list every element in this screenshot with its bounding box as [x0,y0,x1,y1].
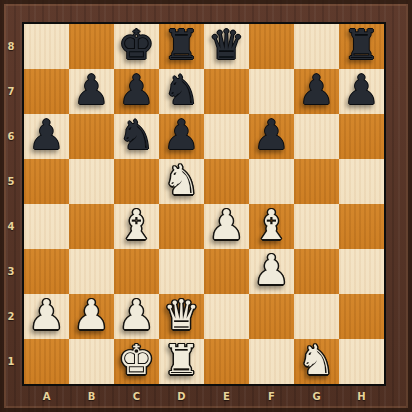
rank-label-7: 7 [0,69,22,114]
square-h8[interactable]: ♜ [339,24,384,69]
black-knight[interactable]: ♞ [163,70,200,111]
rank-label-8: 8 [0,24,22,69]
file-label-c: C [114,388,159,412]
square-c7[interactable]: ♟ [114,69,159,114]
square-a1[interactable] [24,339,69,384]
square-g3[interactable] [294,249,339,294]
square-c4[interactable]: ♝ [114,204,159,249]
rank-label-6: 6 [0,114,22,159]
square-a5[interactable] [24,159,69,204]
white-pawn[interactable]: ♟ [73,295,110,336]
black-pawn[interactable]: ♟ [298,70,335,111]
square-h6[interactable] [339,114,384,159]
white-pawn[interactable]: ♟ [118,295,155,336]
square-h2[interactable] [339,294,384,339]
white-bishop[interactable]: ♝ [118,205,155,246]
square-b7[interactable]: ♟ [69,69,114,114]
square-b2[interactable]: ♟ [69,294,114,339]
square-a4[interactable] [24,204,69,249]
file-label-e: E [204,388,249,412]
square-g2[interactable] [294,294,339,339]
square-d2[interactable]: ♛ [159,294,204,339]
white-king[interactable]: ♚ [118,340,155,381]
white-queen[interactable]: ♛ [163,295,200,336]
black-pawn[interactable]: ♟ [163,115,200,156]
square-g5[interactable] [294,159,339,204]
square-h4[interactable] [339,204,384,249]
square-f7[interactable] [249,69,294,114]
square-f4[interactable]: ♝ [249,204,294,249]
square-a2[interactable]: ♟ [24,294,69,339]
square-d4[interactable] [159,204,204,249]
square-f2[interactable] [249,294,294,339]
square-h7[interactable]: ♟ [339,69,384,114]
square-b8[interactable] [69,24,114,69]
black-pawn[interactable]: ♟ [253,115,290,156]
square-g8[interactable] [294,24,339,69]
file-label-g: G [294,388,339,412]
black-pawn[interactable]: ♟ [343,70,380,111]
file-label-f: F [249,388,294,412]
square-a8[interactable] [24,24,69,69]
square-e6[interactable] [204,114,249,159]
rank-label-5: 5 [0,159,22,204]
square-d3[interactable] [159,249,204,294]
square-b4[interactable] [69,204,114,249]
square-g4[interactable] [294,204,339,249]
rank-labels: 87654321 [0,24,22,384]
square-g1[interactable]: ♞ [294,339,339,384]
white-pawn[interactable]: ♟ [253,250,290,291]
square-c8[interactable]: ♚ [114,24,159,69]
black-pawn[interactable]: ♟ [118,70,155,111]
square-b1[interactable] [69,339,114,384]
rank-label-4: 4 [0,204,22,249]
black-pawn[interactable]: ♟ [73,70,110,111]
square-e7[interactable] [204,69,249,114]
square-f3[interactable]: ♟ [249,249,294,294]
white-pawn[interactable]: ♟ [28,295,65,336]
square-b5[interactable] [69,159,114,204]
square-f8[interactable] [249,24,294,69]
black-king[interactable]: ♚ [118,25,155,66]
square-a6[interactable]: ♟ [24,114,69,159]
square-f1[interactable] [249,339,294,384]
square-d1[interactable]: ♜ [159,339,204,384]
black-knight[interactable]: ♞ [118,115,155,156]
rank-label-2: 2 [0,294,22,339]
square-g7[interactable]: ♟ [294,69,339,114]
white-knight[interactable]: ♞ [163,160,200,201]
square-a3[interactable] [24,249,69,294]
square-e8[interactable]: ♛ [204,24,249,69]
square-c5[interactable] [114,159,159,204]
rank-label-1: 1 [0,339,22,384]
rank-label-3: 3 [0,249,22,294]
black-pawn[interactable]: ♟ [28,115,65,156]
square-c1[interactable]: ♚ [114,339,159,384]
square-e1[interactable] [204,339,249,384]
white-knight[interactable]: ♞ [298,340,335,381]
chess-board: ♚♜♛♜♟♟♞♟♟♟♞♟♟♞♝♟♝♟♟♟♟♛♚♜♞ [22,22,386,386]
square-b6[interactable] [69,114,114,159]
square-h1[interactable] [339,339,384,384]
square-c6[interactable]: ♞ [114,114,159,159]
square-e4[interactable]: ♟ [204,204,249,249]
square-c2[interactable]: ♟ [114,294,159,339]
square-e5[interactable] [204,159,249,204]
white-rook[interactable]: ♜ [163,340,200,381]
chess-board-frame: 87654321 ABCDEFGH ♚♜♛♜♟♟♞♟♟♟♞♟♟♞♝♟♝♟♟♟♟♛… [0,0,412,412]
white-pawn[interactable]: ♟ [208,205,245,246]
square-d8[interactable]: ♜ [159,24,204,69]
square-h5[interactable] [339,159,384,204]
black-queen[interactable]: ♛ [208,25,245,66]
square-e3[interactable] [204,249,249,294]
file-label-b: B [69,388,114,412]
square-c3[interactable] [114,249,159,294]
square-g6[interactable] [294,114,339,159]
file-label-h: H [339,388,384,412]
black-rook[interactable]: ♜ [343,25,380,66]
square-h3[interactable] [339,249,384,294]
square-f6[interactable]: ♟ [249,114,294,159]
square-d7[interactable]: ♞ [159,69,204,114]
square-e2[interactable] [204,294,249,339]
square-f5[interactable] [249,159,294,204]
white-bishop[interactable]: ♝ [253,205,290,246]
square-a7[interactable] [24,69,69,114]
square-b3[interactable] [69,249,114,294]
file-label-a: A [24,388,69,412]
file-labels: ABCDEFGH [24,388,384,412]
black-rook[interactable]: ♜ [163,25,200,66]
square-d6[interactable]: ♟ [159,114,204,159]
square-d5[interactable]: ♞ [159,159,204,204]
file-label-d: D [159,388,204,412]
